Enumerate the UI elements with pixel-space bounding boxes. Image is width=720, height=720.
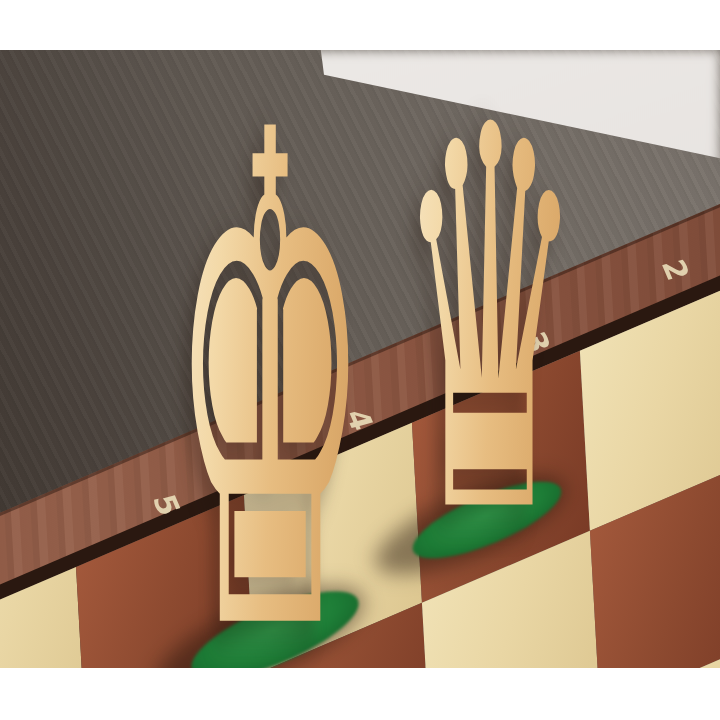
white-queen-glyph: ♛ <box>397 50 583 628</box>
background-top-strip <box>0 0 720 50</box>
photo-area: 2 3 4 5 ♚ ♛ <box>0 50 720 668</box>
white-queen: ♛ <box>386 58 593 585</box>
product-photo-scene: 2 3 4 5 ♚ ♛ <box>0 0 720 720</box>
white-king: ♚ <box>158 50 382 668</box>
background-bottom-strip <box>0 668 720 720</box>
white-king-glyph: ♚ <box>170 50 370 668</box>
